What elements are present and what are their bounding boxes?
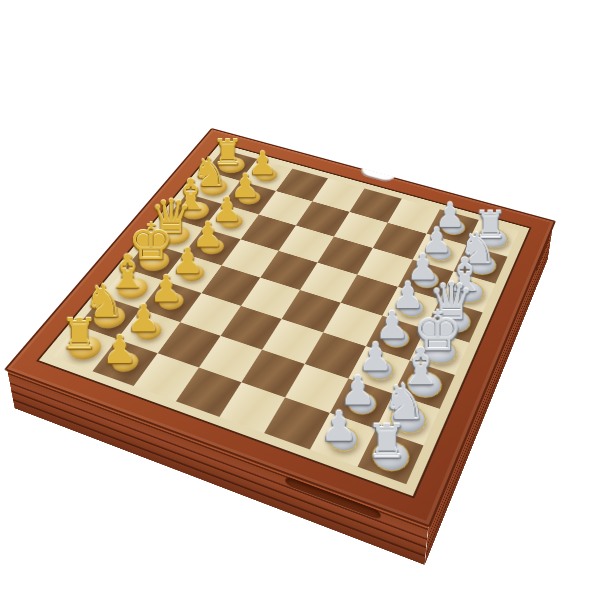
square-e4 xyxy=(241,278,300,319)
white-pawn: ♟ xyxy=(96,331,143,370)
black-pawn: ♟ xyxy=(314,406,365,448)
chess-box: ♜♟♟♜♞♟♟♞♝♟♟♝♛♟♟♛♚♟♟♚♝♟♟♝♞♟♟♞♜♟♟♜ xyxy=(4,128,556,528)
product-photo-scene: ♜♟♟♜♞♟♟♞♝♟♟♝♛♟♟♛♚♟♟♚♝♟♟♝♞♟♟♞♜♟♟♜ xyxy=(0,0,600,600)
drawer-finger-slot xyxy=(535,232,550,275)
drawer-finger-slot xyxy=(286,476,381,521)
black-rook: ♜ xyxy=(361,418,413,465)
